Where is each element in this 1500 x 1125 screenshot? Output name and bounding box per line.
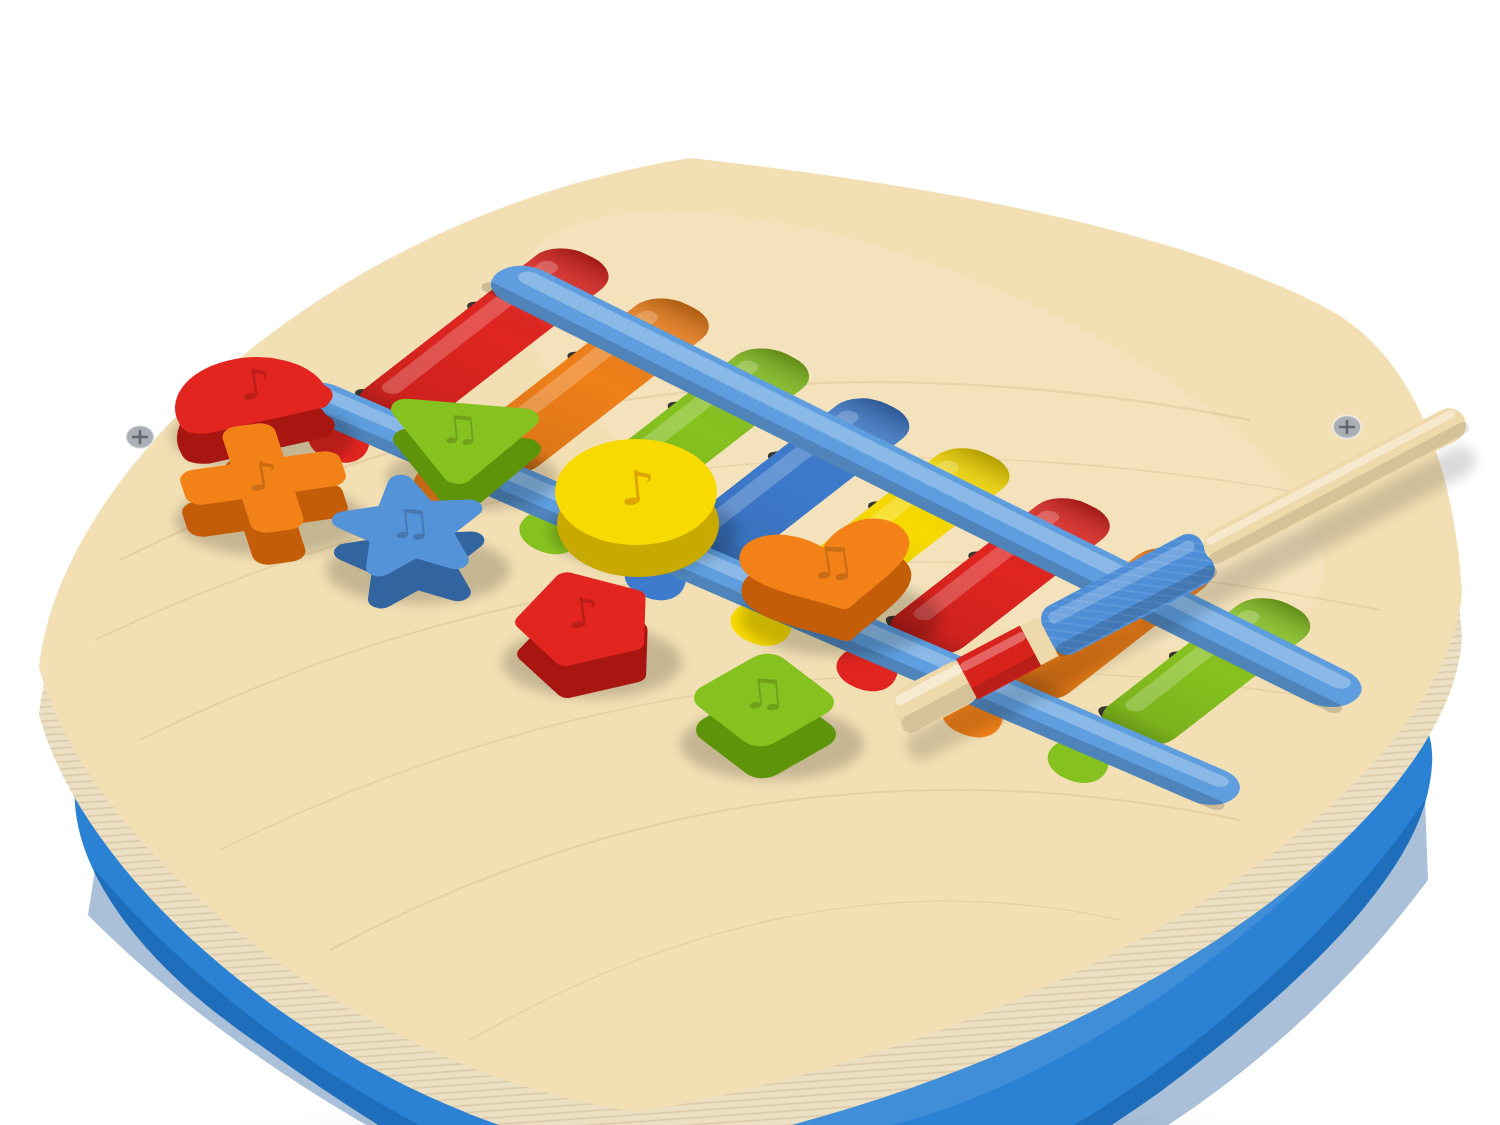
note-print: ♫ xyxy=(802,533,860,591)
screw-right xyxy=(1333,416,1361,439)
note-print: ♪ xyxy=(562,587,604,639)
scene: ♪ ♪ ♫ ♫ xyxy=(0,0,1500,1125)
note-print: ♪ xyxy=(234,357,276,411)
note-print: ♪ xyxy=(243,450,283,501)
screw-left xyxy=(126,426,154,449)
note-print: ♪ xyxy=(616,458,660,517)
note-print: ♫ xyxy=(434,404,484,454)
toy-product-photo: ♪ ♪ ♫ ♫ xyxy=(0,0,1500,1125)
note-print: ♫ xyxy=(736,667,790,720)
note-print: ♫ xyxy=(383,497,435,549)
